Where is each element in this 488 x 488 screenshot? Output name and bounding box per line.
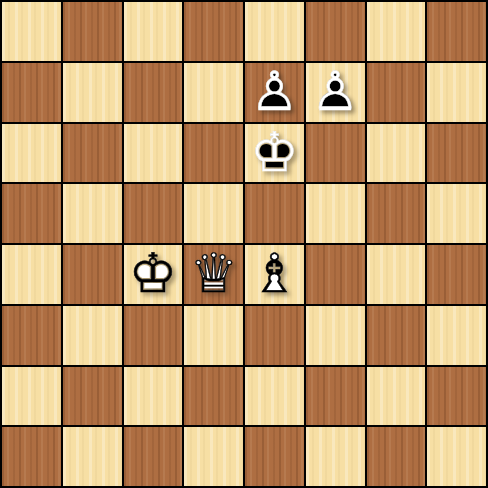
square-g3[interactable]: [367, 306, 426, 365]
square-f8[interactable]: [306, 2, 365, 61]
square-b1[interactable]: [63, 427, 122, 486]
square-c1[interactable]: [124, 427, 183, 486]
piece-black-king-e6[interactable]: ♚♔: [250, 126, 298, 180]
square-e7[interactable]: ♟♙: [245, 63, 304, 122]
square-a6[interactable]: [2, 124, 61, 183]
square-h7[interactable]: [427, 63, 486, 122]
square-f3[interactable]: [306, 306, 365, 365]
square-a2[interactable]: [2, 367, 61, 426]
white-bishop-outline: ♗: [250, 247, 298, 301]
square-e5[interactable]: [245, 184, 304, 243]
square-b8[interactable]: [63, 2, 122, 61]
square-g6[interactable]: [367, 124, 426, 183]
square-g8[interactable]: [367, 2, 426, 61]
square-h3[interactable]: [427, 306, 486, 365]
square-h8[interactable]: [427, 2, 486, 61]
square-e4[interactable]: ♝♗: [245, 245, 304, 304]
square-b3[interactable]: [63, 306, 122, 365]
square-a3[interactable]: [2, 306, 61, 365]
square-c2[interactable]: [124, 367, 183, 426]
white-king-outline: ♔: [129, 247, 177, 301]
square-d1[interactable]: [184, 427, 243, 486]
square-c3[interactable]: [124, 306, 183, 365]
black-pawn-outline: ♙: [250, 65, 298, 119]
square-h6[interactable]: [427, 124, 486, 183]
square-e3[interactable]: [245, 306, 304, 365]
square-b5[interactable]: [63, 184, 122, 243]
square-c6[interactable]: [124, 124, 183, 183]
square-a5[interactable]: [2, 184, 61, 243]
square-d6[interactable]: [184, 124, 243, 183]
piece-white-bishop-e4[interactable]: ♝♗: [250, 247, 298, 301]
square-b6[interactable]: [63, 124, 122, 183]
square-g7[interactable]: [367, 63, 426, 122]
piece-black-pawn-e7[interactable]: ♟♙: [250, 65, 298, 119]
piece-white-king-c4[interactable]: ♚♔: [129, 247, 177, 301]
square-e2[interactable]: [245, 367, 304, 426]
square-e6[interactable]: ♚♔: [245, 124, 304, 183]
square-c7[interactable]: [124, 63, 183, 122]
square-d8[interactable]: [184, 2, 243, 61]
square-a8[interactable]: [2, 2, 61, 61]
square-b4[interactable]: [63, 245, 122, 304]
square-g1[interactable]: [367, 427, 426, 486]
square-f1[interactable]: [306, 427, 365, 486]
square-e8[interactable]: [245, 2, 304, 61]
square-g2[interactable]: [367, 367, 426, 426]
square-e1[interactable]: [245, 427, 304, 486]
piece-black-pawn-f7[interactable]: ♟♙: [311, 65, 359, 119]
square-h5[interactable]: [427, 184, 486, 243]
white-queen-outline: ♕: [189, 247, 237, 301]
square-a7[interactable]: [2, 63, 61, 122]
square-c5[interactable]: [124, 184, 183, 243]
square-c8[interactable]: [124, 2, 183, 61]
square-g4[interactable]: [367, 245, 426, 304]
square-d3[interactable]: [184, 306, 243, 365]
square-d7[interactable]: [184, 63, 243, 122]
square-f6[interactable]: [306, 124, 365, 183]
square-h4[interactable]: [427, 245, 486, 304]
square-h1[interactable]: [427, 427, 486, 486]
square-f4[interactable]: [306, 245, 365, 304]
square-a4[interactable]: [2, 245, 61, 304]
square-b7[interactable]: [63, 63, 122, 122]
square-f7[interactable]: ♟♙: [306, 63, 365, 122]
square-d4[interactable]: ♛♕: [184, 245, 243, 304]
square-d5[interactable]: [184, 184, 243, 243]
chess-board: ♟♙♟♙♚♔♚♔♛♕♝♗: [0, 0, 488, 488]
square-f2[interactable]: [306, 367, 365, 426]
square-b2[interactable]: [63, 367, 122, 426]
black-pawn-outline: ♙: [311, 65, 359, 119]
square-c4[interactable]: ♚♔: [124, 245, 183, 304]
square-a1[interactable]: [2, 427, 61, 486]
square-g5[interactable]: [367, 184, 426, 243]
square-h2[interactable]: [427, 367, 486, 426]
square-f5[interactable]: [306, 184, 365, 243]
black-king-outline: ♔: [250, 126, 298, 180]
piece-white-queen-d4[interactable]: ♛♕: [189, 247, 237, 301]
square-d2[interactable]: [184, 367, 243, 426]
